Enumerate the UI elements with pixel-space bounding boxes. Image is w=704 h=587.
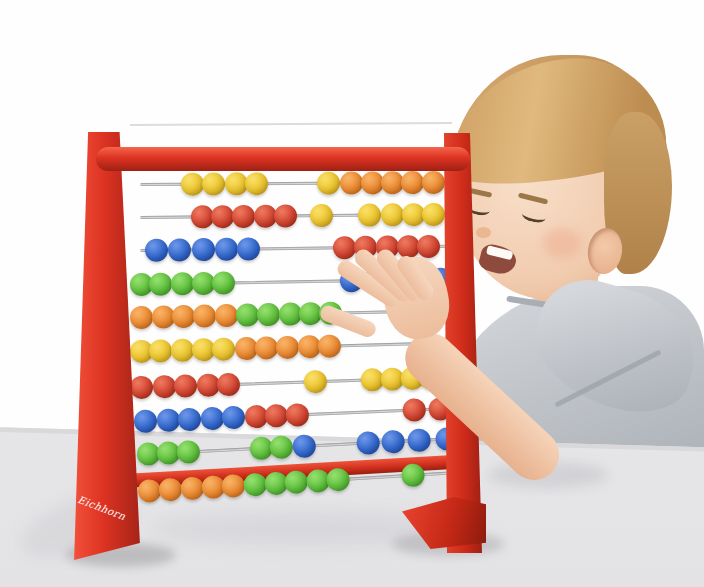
bead-red[interactable] <box>174 374 198 398</box>
bead-yellow[interactable] <box>212 337 236 361</box>
bead-green[interactable] <box>149 272 172 295</box>
bead-red[interactable] <box>417 235 440 258</box>
bead-green[interactable] <box>243 473 267 497</box>
abacus-rod-2 <box>140 203 452 230</box>
bead-green[interactable] <box>278 302 302 326</box>
abacus-rod-9 <box>139 427 452 467</box>
bead-blue[interactable] <box>191 238 214 261</box>
bead-blue[interactable] <box>200 407 224 431</box>
bead-yellow[interactable] <box>149 339 173 363</box>
bead-orange[interactable] <box>172 305 196 329</box>
abacus-rod-10 <box>139 462 452 504</box>
bead-yellow[interactable] <box>310 204 333 227</box>
bead-orange[interactable] <box>276 336 300 360</box>
bead-red[interactable] <box>403 398 427 422</box>
bead-red[interactable] <box>232 205 255 228</box>
bead-blue[interactable] <box>156 408 180 432</box>
bead-yellow[interactable] <box>422 203 445 226</box>
bead-red[interactable] <box>190 205 213 228</box>
bead-red[interactable] <box>244 405 268 429</box>
bead-green[interactable] <box>212 271 235 294</box>
bead-orange[interactable] <box>340 171 363 194</box>
bead-red[interactable] <box>273 204 296 227</box>
bead-blue[interactable] <box>407 428 431 452</box>
bead-red[interactable] <box>333 236 356 259</box>
bead-yellow[interactable] <box>170 339 194 363</box>
bead-blue[interactable] <box>222 406 246 430</box>
bead-blue[interactable] <box>382 430 406 454</box>
bead-blue[interactable] <box>214 238 237 261</box>
bead-red[interactable] <box>217 373 241 397</box>
abacus-rod-7 <box>140 366 453 400</box>
abacus-rod-1 <box>140 171 452 197</box>
bead-yellow[interactable] <box>191 338 215 362</box>
bead-yellow[interactable] <box>358 203 381 226</box>
bead-orange[interactable] <box>193 304 217 328</box>
bead-orange[interactable] <box>400 171 423 194</box>
bead-orange[interactable] <box>422 171 445 194</box>
bead-red[interactable] <box>196 373 220 397</box>
abacus-top-bar <box>96 147 470 171</box>
bead-red[interactable] <box>211 205 234 228</box>
bead-orange[interactable] <box>234 337 258 361</box>
bead-blue[interactable] <box>178 407 202 431</box>
bead-yellow[interactable] <box>317 172 340 195</box>
bead-yellow[interactable] <box>303 370 327 394</box>
bead-green[interactable] <box>270 435 294 459</box>
bead-yellow[interactable] <box>380 203 403 226</box>
bead-red[interactable] <box>286 403 310 427</box>
bead-blue[interactable] <box>134 409 158 433</box>
bead-orange[interactable] <box>130 306 154 330</box>
bead-orange[interactable] <box>159 478 183 502</box>
bead-blue[interactable] <box>237 237 260 260</box>
bead-green[interactable] <box>400 463 424 487</box>
bead-red[interactable] <box>152 375 176 399</box>
bead-orange[interactable] <box>255 336 279 360</box>
bead-orange[interactable] <box>222 474 246 498</box>
photo-scene: Eichhorn <box>0 0 704 587</box>
bead-green[interactable] <box>170 272 193 295</box>
bead-blue[interactable] <box>168 238 191 261</box>
bead-green[interactable] <box>257 303 281 327</box>
bead-green[interactable] <box>191 272 214 295</box>
bead-green[interactable] <box>326 468 350 492</box>
bead-red[interactable] <box>130 376 154 400</box>
bead-green[interactable] <box>236 303 260 327</box>
bead-blue[interactable] <box>292 434 316 458</box>
bead-orange[interactable] <box>151 305 175 329</box>
bead-orange[interactable] <box>180 476 204 500</box>
bead-blue[interactable] <box>145 239 168 262</box>
bead-green[interactable] <box>284 470 308 494</box>
bead-yellow[interactable] <box>202 172 225 195</box>
bead-yellow[interactable] <box>244 172 267 195</box>
bead-red[interactable] <box>265 404 289 428</box>
abacus-rod-8 <box>139 397 452 434</box>
bead-blue[interactable] <box>356 431 380 455</box>
bead-orange[interactable] <box>317 334 341 358</box>
bead-orange[interactable] <box>214 304 238 328</box>
bead-green[interactable] <box>176 440 200 464</box>
bead-yellow[interactable] <box>181 173 204 196</box>
